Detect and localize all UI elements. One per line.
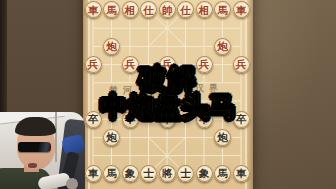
board-point-r9c1[interactable]: 馬	[102, 165, 121, 183]
piece-black-advisor[interactable]: 士	[177, 165, 194, 182]
board-point-r8c7[interactable]	[213, 146, 232, 164]
board-point-r8c3[interactable]	[139, 146, 158, 164]
piece-red-horse[interactable]: 馬	[214, 1, 231, 18]
piece-black-chariot[interactable]: 車	[233, 165, 250, 182]
overlay-title-line1: 破解	[83, 65, 253, 92]
board-point-r2c3[interactable]	[139, 37, 158, 55]
board-point-r2c6[interactable]	[195, 37, 214, 55]
board-point-r7c4[interactable]	[158, 128, 177, 146]
board-point-r9c2[interactable]: 象	[121, 165, 140, 183]
webcam-overlay	[0, 112, 85, 189]
board-point-r9c6[interactable]: 象	[195, 165, 214, 183]
piece-red-horse[interactable]: 馬	[103, 1, 120, 18]
board-point-r8c8[interactable]	[232, 146, 251, 164]
board-point-r2c1[interactable]: 炮	[102, 37, 121, 55]
piece-black-cannon[interactable]: 炮	[214, 129, 231, 146]
piece-red-advisor[interactable]: 仕	[177, 1, 194, 18]
board-point-r1c8[interactable]	[232, 19, 251, 37]
piece-black-chariot[interactable]: 車	[85, 165, 102, 182]
piece-black-elephant[interactable]: 象	[196, 165, 213, 182]
board-point-r1c1[interactable]	[102, 19, 121, 37]
piece-black-king[interactable]: 將	[159, 165, 176, 182]
board-point-r8c4[interactable]	[158, 146, 177, 164]
piece-black-horse[interactable]: 馬	[214, 165, 231, 182]
board-point-r0c7[interactable]: 馬	[213, 1, 232, 19]
piece-black-elephant[interactable]: 象	[122, 165, 139, 182]
board-point-r7c8[interactable]	[232, 128, 251, 146]
board-point-r1c4[interactable]	[158, 19, 177, 37]
piece-red-chariot[interactable]: 車	[233, 1, 250, 18]
board-point-r0c3[interactable]: 仕	[139, 1, 158, 19]
board-point-r9c7[interactable]: 馬	[213, 165, 232, 183]
board-point-r7c3[interactable]	[139, 128, 158, 146]
board-point-r1c2[interactable]	[121, 19, 140, 37]
video-frame: 楚河 汉界 車馬相仕帥仕相馬車炮炮兵兵兵兵兵卒卒卒卒卒炮炮車馬象士將士象馬車 破…	[0, 0, 336, 189]
board-point-r1c0[interactable]	[84, 19, 103, 37]
piece-red-advisor[interactable]: 仕	[140, 1, 157, 18]
board-point-r8c2[interactable]	[121, 146, 140, 164]
piece-black-horse[interactable]: 馬	[103, 165, 120, 182]
board-point-r1c3[interactable]	[139, 19, 158, 37]
board-point-r2c8[interactable]	[232, 37, 251, 55]
piece-red-elephant[interactable]: 相	[122, 1, 139, 18]
webcam-doorframe	[55, 112, 57, 162]
overlay-title-line2: 中炮盘头马	[83, 93, 253, 120]
piece-red-chariot[interactable]: 車	[85, 1, 102, 18]
board-point-r0c0[interactable]: 車	[84, 1, 103, 19]
board-point-r0c5[interactable]: 仕	[176, 1, 195, 19]
piece-red-cannon[interactable]: 炮	[103, 38, 120, 55]
board-point-r2c4[interactable]	[158, 37, 177, 55]
piece-red-cannon[interactable]: 炮	[214, 38, 231, 55]
board-point-r7c5[interactable]	[176, 128, 195, 146]
board-point-r9c5[interactable]: 士	[176, 165, 195, 183]
board-point-r9c8[interactable]: 車	[232, 165, 251, 183]
board-point-r0c8[interactable]: 車	[232, 1, 251, 19]
board-point-r9c4[interactable]: 將	[158, 165, 177, 183]
piece-red-king[interactable]: 帥	[159, 1, 176, 18]
board-point-r2c5[interactable]	[176, 37, 195, 55]
board-point-r8c6[interactable]	[195, 146, 214, 164]
background-right	[253, 0, 336, 189]
piece-black-cannon[interactable]: 炮	[103, 129, 120, 146]
piece-black-advisor[interactable]: 士	[140, 165, 157, 182]
board-point-r9c0[interactable]: 車	[84, 165, 103, 183]
board-point-r2c0[interactable]	[84, 37, 103, 55]
board-point-r8c1[interactable]	[102, 146, 121, 164]
board-point-r7c2[interactable]	[121, 128, 140, 146]
board-point-r0c1[interactable]: 馬	[102, 1, 121, 19]
streamer-mouth	[28, 163, 37, 168]
board-point-r7c1[interactable]: 炮	[102, 128, 121, 146]
board-point-r2c2[interactable]	[121, 37, 140, 55]
board-point-r0c4[interactable]: 帥	[158, 1, 177, 19]
sunglasses	[18, 142, 51, 152]
board-point-r7c6[interactable]	[195, 128, 214, 146]
board-point-r9c3[interactable]: 士	[139, 165, 158, 183]
board-point-r2c7[interactable]: 炮	[213, 37, 232, 55]
board-point-r7c7[interactable]: 炮	[213, 128, 232, 146]
board-point-r0c2[interactable]: 相	[121, 1, 140, 19]
board-point-r8c0[interactable]	[84, 146, 103, 164]
board-point-r0c6[interactable]: 相	[195, 1, 214, 19]
board-point-r8c5[interactable]	[176, 146, 195, 164]
board-point-r1c5[interactable]	[176, 19, 195, 37]
streamer-hair	[15, 117, 56, 136]
board-point-r1c7[interactable]	[213, 19, 232, 37]
piece-red-elephant[interactable]: 相	[196, 1, 213, 18]
board-point-r1c6[interactable]	[195, 19, 214, 37]
board-point-r7c0[interactable]	[84, 128, 103, 146]
